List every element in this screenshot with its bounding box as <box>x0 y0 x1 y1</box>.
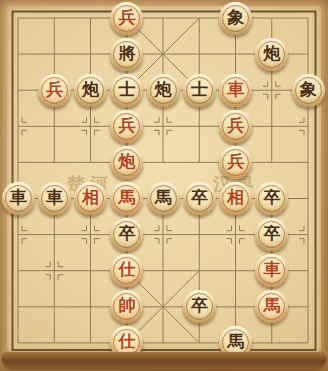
piece-red-horse[interactable]: 馬 <box>255 290 288 323</box>
piece-glyph: 象 <box>227 9 244 26</box>
piece-glyph: 車 <box>46 189 63 206</box>
piece-red-chariot[interactable]: 車 <box>219 74 252 107</box>
piece-glyph: 卒 <box>263 189 280 206</box>
piece-black-chariot[interactable]: 車 <box>2 182 35 215</box>
piece-glyph: 相 <box>227 189 244 206</box>
piece-glyph: 炮 <box>155 81 172 98</box>
board-bottom-edge <box>2 352 326 369</box>
piece-red-soldier[interactable]: 兵 <box>38 74 71 107</box>
piece-red-soldier[interactable]: 兵 <box>110 2 143 35</box>
piece-red-soldier[interactable]: 兵 <box>219 146 252 179</box>
piece-black-soldier[interactable]: 卒 <box>255 182 288 215</box>
piece-black-general[interactable]: 將 <box>110 38 143 71</box>
piece-glyph: 卒 <box>263 225 280 242</box>
piece-glyph: 士 <box>191 81 208 98</box>
pieces-layer: 兵象將炮兵炮士炮士車象兵兵炮兵車車相馬馬卒相卒卒卒仕車帥卒馬仕馬 <box>0 0 326 361</box>
piece-red-chariot[interactable]: 車 <box>255 254 288 287</box>
piece-glyph: 仕 <box>118 333 135 350</box>
piece-red-cannon[interactable]: 炮 <box>110 146 143 179</box>
piece-red-elephant[interactable]: 相 <box>219 182 252 215</box>
piece-black-elephant[interactable]: 象 <box>219 2 252 35</box>
piece-black-elephant[interactable]: 象 <box>292 74 325 107</box>
piece-glyph: 象 <box>300 81 317 98</box>
piece-red-soldier[interactable]: 兵 <box>110 110 143 143</box>
piece-black-soldier[interactable]: 卒 <box>110 218 143 251</box>
piece-black-horse[interactable]: 馬 <box>147 182 180 215</box>
piece-glyph: 兵 <box>227 117 244 134</box>
piece-red-elephant[interactable]: 相 <box>74 182 107 215</box>
piece-glyph: 兵 <box>227 153 244 170</box>
piece-glyph: 炮 <box>263 45 280 62</box>
piece-glyph: 馬 <box>227 333 244 350</box>
piece-black-cannon[interactable]: 炮 <box>147 74 180 107</box>
piece-glyph: 炮 <box>118 153 135 170</box>
piece-glyph: 車 <box>227 81 244 98</box>
piece-glyph: 車 <box>263 261 280 278</box>
piece-red-soldier[interactable]: 兵 <box>219 110 252 143</box>
piece-glyph: 馬 <box>263 297 280 314</box>
xiangqi-app-window: 楚河 汉界 兵象將炮兵炮士炮士車象兵兵炮兵車車相馬馬卒相卒卒卒仕車帥卒馬仕馬 <box>0 0 328 371</box>
piece-glyph: 卒 <box>191 297 208 314</box>
piece-red-horse[interactable]: 馬 <box>110 182 143 215</box>
piece-glyph: 仕 <box>118 261 135 278</box>
piece-black-soldier[interactable]: 卒 <box>183 182 216 215</box>
piece-black-advisor[interactable]: 士 <box>110 74 143 107</box>
piece-glyph: 相 <box>82 189 99 206</box>
piece-glyph: 帥 <box>118 297 135 314</box>
piece-red-king[interactable]: 帥 <box>110 290 143 323</box>
piece-glyph: 兵 <box>46 81 63 98</box>
piece-glyph: 車 <box>10 189 27 206</box>
piece-glyph: 炮 <box>82 81 99 98</box>
piece-black-cannon[interactable]: 炮 <box>255 38 288 71</box>
piece-glyph: 卒 <box>118 225 135 242</box>
piece-black-chariot[interactable]: 車 <box>38 182 71 215</box>
piece-glyph: 將 <box>118 45 135 62</box>
piece-glyph: 兵 <box>118 9 135 26</box>
piece-black-soldier[interactable]: 卒 <box>255 218 288 251</box>
piece-glyph: 卒 <box>191 189 208 206</box>
piece-black-cannon[interactable]: 炮 <box>74 74 107 107</box>
piece-black-soldier[interactable]: 卒 <box>183 290 216 323</box>
piece-red-advisor[interactable]: 仕 <box>110 254 143 287</box>
piece-black-advisor[interactable]: 士 <box>183 74 216 107</box>
piece-glyph: 馬 <box>118 189 135 206</box>
piece-glyph: 馬 <box>155 189 172 206</box>
piece-glyph: 兵 <box>118 117 135 134</box>
piece-glyph: 士 <box>118 81 135 98</box>
